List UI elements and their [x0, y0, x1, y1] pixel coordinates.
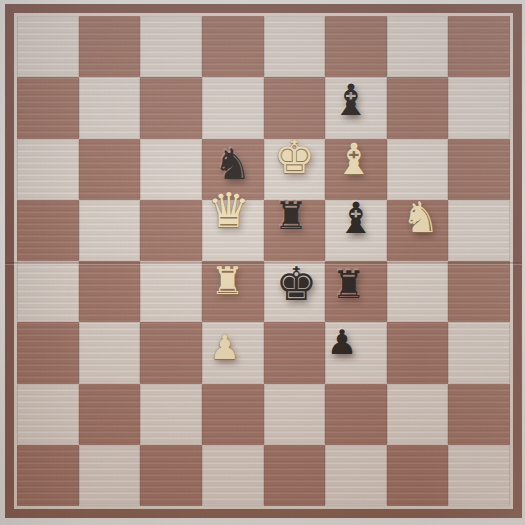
- square-b5[interactable]: [79, 200, 141, 261]
- square-d2[interactable]: [202, 384, 264, 445]
- black-rook-f4[interactable]: ♜: [332, 266, 366, 304]
- square-g5[interactable]: ♞: [387, 200, 449, 261]
- black-king-e4[interactable]: ♚: [276, 261, 317, 307]
- chessboard-frame: ♝♞♚♝♛♜♝♞♜♚♜♟♟: [5, 4, 522, 518]
- square-e3[interactable]: [264, 322, 326, 383]
- square-d1[interactable]: [202, 445, 264, 506]
- square-c6[interactable]: [140, 139, 202, 200]
- black-bishop-f7[interactable]: ♝: [332, 78, 371, 121]
- square-f5[interactable]: ♝: [325, 200, 387, 261]
- white-rook-d4[interactable]: ♜: [211, 262, 245, 300]
- square-g7[interactable]: [387, 77, 449, 138]
- square-b8[interactable]: [79, 16, 141, 77]
- square-e2[interactable]: [264, 384, 326, 445]
- square-b2[interactable]: [79, 384, 141, 445]
- square-h2[interactable]: [448, 384, 510, 445]
- square-c8[interactable]: [140, 16, 202, 77]
- black-bishop-f5[interactable]: ♝: [337, 197, 376, 240]
- square-h8[interactable]: [448, 16, 510, 77]
- square-g8[interactable]: [387, 16, 449, 77]
- white-pawn-d3[interactable]: ♟: [209, 330, 239, 364]
- square-d3[interactable]: ♟: [202, 322, 264, 383]
- square-f3[interactable]: ♟: [325, 322, 387, 383]
- black-pawn-f3[interactable]: ♟: [327, 325, 357, 359]
- square-c1[interactable]: [140, 445, 202, 506]
- square-h6[interactable]: [448, 139, 510, 200]
- square-e8[interactable]: [264, 16, 326, 77]
- square-e4[interactable]: ♚: [264, 261, 326, 322]
- black-rook-e5[interactable]: ♜: [274, 197, 308, 235]
- square-a7[interactable]: [17, 77, 79, 138]
- square-e5[interactable]: ♜: [264, 200, 326, 261]
- square-g3[interactable]: [387, 322, 449, 383]
- square-b6[interactable]: [79, 139, 141, 200]
- square-f1[interactable]: [325, 445, 387, 506]
- square-f6[interactable]: ♝: [325, 139, 387, 200]
- square-h4[interactable]: [448, 261, 510, 322]
- square-h3[interactable]: [448, 322, 510, 383]
- square-h7[interactable]: [448, 77, 510, 138]
- square-g4[interactable]: [387, 261, 449, 322]
- white-queen-d5[interactable]: ♛: [207, 186, 250, 234]
- square-b7[interactable]: [79, 77, 141, 138]
- square-d5[interactable]: ♛: [202, 200, 264, 261]
- square-c5[interactable]: [140, 200, 202, 261]
- square-a1[interactable]: [17, 445, 79, 506]
- square-a6[interactable]: [17, 139, 79, 200]
- square-e1[interactable]: [264, 445, 326, 506]
- square-f4[interactable]: ♜: [325, 261, 387, 322]
- board-pinstripe-border: ♝♞♚♝♛♜♝♞♜♚♜♟♟: [14, 13, 513, 509]
- square-a2[interactable]: [17, 384, 79, 445]
- square-c2[interactable]: [140, 384, 202, 445]
- square-f7[interactable]: ♝: [325, 77, 387, 138]
- square-h5[interactable]: [448, 200, 510, 261]
- square-a3[interactable]: [17, 322, 79, 383]
- square-f2[interactable]: [325, 384, 387, 445]
- square-b1[interactable]: [79, 445, 141, 506]
- square-d4[interactable]: ♜: [202, 261, 264, 322]
- square-b3[interactable]: [79, 322, 141, 383]
- square-g2[interactable]: [387, 384, 449, 445]
- square-d7[interactable]: [202, 77, 264, 138]
- white-king-e6[interactable]: ♚: [274, 134, 315, 180]
- square-e6[interactable]: ♚: [264, 139, 326, 200]
- square-f8[interactable]: [325, 16, 387, 77]
- board-grid: ♝♞♚♝♛♜♝♞♜♚♜♟♟: [17, 16, 510, 506]
- square-h1[interactable]: [448, 445, 510, 506]
- square-d8[interactable]: [202, 16, 264, 77]
- white-bishop-f6[interactable]: ♝: [335, 138, 374, 181]
- square-g6[interactable]: [387, 139, 449, 200]
- square-b4[interactable]: [79, 261, 141, 322]
- square-a8[interactable]: [17, 16, 79, 77]
- black-knight-d6[interactable]: ♞: [214, 144, 252, 186]
- square-a4[interactable]: [17, 261, 79, 322]
- white-knight-g5[interactable]: ♞: [402, 197, 440, 239]
- square-c3[interactable]: [140, 322, 202, 383]
- square-g1[interactable]: [387, 445, 449, 506]
- square-c4[interactable]: [140, 261, 202, 322]
- square-c7[interactable]: [140, 77, 202, 138]
- square-a5[interactable]: [17, 200, 79, 261]
